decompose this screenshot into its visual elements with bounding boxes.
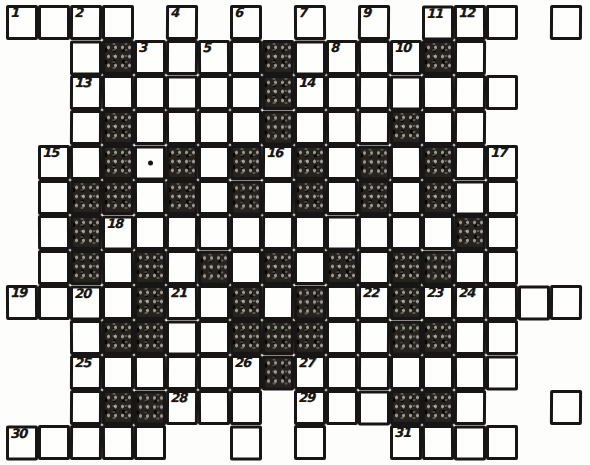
crossword-cell[interactable] [358, 320, 390, 355]
crossword-cell[interactable] [326, 285, 358, 320]
crossword-cell[interactable]: 26 [230, 355, 262, 390]
crossword-cell[interactable] [422, 355, 454, 390]
clue-number: 11 [426, 7, 442, 21]
crossword-cell[interactable]: 20 [70, 286, 102, 321]
crossword-cell[interactable]: 9 [358, 5, 390, 40]
clue-number: 26 [234, 356, 250, 370]
crossword-cell[interactable] [390, 180, 422, 215]
empty-slot [550, 250, 582, 285]
crossword-cell[interactable] [486, 180, 518, 215]
crossword-cell[interactable] [454, 426, 486, 461]
clue-number: 18 [106, 217, 122, 231]
shaded-block-cell [134, 285, 166, 320]
crossword-cell[interactable] [454, 40, 486, 75]
empty-slot [390, 5, 422, 40]
crossword-cell[interactable] [262, 180, 294, 215]
empty-slot [38, 355, 70, 390]
crossword-cell[interactable]: 1 [6, 5, 38, 40]
clue-number: 9 [362, 6, 370, 20]
empty-slot [518, 145, 550, 180]
crossword-cell[interactable] [198, 285, 230, 320]
empty-slot [550, 75, 582, 110]
shaded-block-cell [262, 320, 294, 355]
shaded-block-cell [294, 320, 326, 355]
crossword-cell[interactable]: 31 [390, 425, 422, 460]
empty-slot [166, 425, 198, 460]
crossword-cell[interactable] [102, 355, 134, 390]
crossword-cell[interactable] [102, 285, 134, 320]
crossword-cell[interactable] [326, 110, 358, 145]
crossword-cell[interactable] [102, 425, 134, 460]
empty-slot [550, 110, 582, 145]
clue-number: 29 [298, 391, 314, 405]
shaded-block-cell [102, 145, 134, 180]
crossword-cell[interactable] [294, 41, 326, 76]
shaded-block-cell [166, 180, 198, 215]
crossword-cell[interactable] [38, 250, 70, 285]
clue-number: 25 [74, 356, 90, 370]
crossword-cell[interactable] [70, 110, 102, 145]
crossword-cell[interactable] [486, 250, 518, 285]
clue-number: 17 [490, 146, 506, 160]
empty-slot [326, 425, 358, 460]
crossword-cell[interactable] [390, 145, 422, 180]
shaded-block-cell [358, 180, 390, 215]
crossword-cell[interactable]: 19 [6, 285, 38, 320]
clue-number: 23 [426, 286, 442, 300]
crossword-cell[interactable]: 15 [38, 145, 70, 180]
crossword-cell[interactable]: 23 [422, 285, 454, 320]
crossword-cell[interactable] [326, 75, 358, 110]
clue-number: 7 [298, 6, 306, 20]
shaded-block-cell [294, 286, 326, 321]
empty-slot [518, 320, 550, 355]
shaded-block-cell [358, 146, 390, 181]
crossword-cell[interactable]: 16 [262, 145, 294, 180]
crossword-cell[interactable] [70, 425, 102, 460]
crossword-cell[interactable] [422, 75, 454, 110]
clue-number: 21 [170, 286, 186, 300]
crossword-cell[interactable] [102, 75, 134, 110]
clue-number: 6 [234, 6, 242, 20]
crossword-cell[interactable] [166, 76, 198, 111]
crossword-cell[interactable] [198, 320, 230, 355]
clue-number: 22 [362, 286, 378, 300]
empty-slot [198, 425, 230, 460]
shaded-block-cell [134, 250, 166, 285]
crossword-cell[interactable] [102, 250, 134, 285]
empty-slot [550, 425, 582, 460]
crossword-cell[interactable] [230, 390, 262, 425]
empty-slot [550, 215, 582, 250]
empty-slot [6, 40, 38, 75]
crossword-cell[interactable] [422, 110, 454, 145]
shaded-block-cell [102, 40, 134, 75]
clue-number: 19 [10, 286, 26, 300]
empty-slot [486, 40, 518, 75]
crossword-cell[interactable] [230, 110, 262, 145]
shaded-block-cell [262, 111, 294, 146]
shaded-block-cell [102, 180, 134, 215]
crossword-cell[interactable] [550, 285, 582, 320]
crossword-cell[interactable] [486, 285, 518, 320]
crossword-cell[interactable] [102, 5, 134, 40]
crossword-cell[interactable]: 2 [70, 5, 102, 40]
crossword-cell[interactable] [134, 180, 166, 215]
crossword-cell[interactable] [294, 215, 326, 250]
crossword-cell[interactable] [230, 75, 262, 110]
empty-slot [518, 215, 550, 250]
crossword-cell[interactable] [198, 215, 230, 250]
empty-slot [38, 75, 70, 110]
crossword-cell[interactable]: 22 [358, 285, 390, 320]
empty-slot [550, 145, 582, 180]
crossword-cell[interactable] [166, 321, 198, 356]
crossword-cell[interactable] [70, 320, 102, 355]
shaded-block-cell [230, 320, 262, 355]
crossword-cell[interactable] [230, 250, 262, 285]
crossword-cell[interactable]: 6 [230, 5, 262, 40]
crossword-cell[interactable]: 12 [454, 5, 486, 40]
crossword-cell[interactable] [326, 355, 358, 390]
crossword-cell[interactable] [134, 215, 166, 250]
empty-slot [518, 425, 550, 460]
empty-slot [486, 390, 518, 425]
clue-number: 13 [74, 76, 90, 90]
crossword-cell[interactable] [134, 110, 166, 145]
crossword-cell[interactable] [486, 320, 518, 355]
crossword-cell[interactable] [294, 250, 326, 285]
shaded-block-cell [390, 285, 422, 320]
crossword-cell[interactable]: 24 [454, 285, 486, 320]
clue-number: 30 [10, 427, 26, 441]
crossword-cell[interactable] [198, 390, 230, 425]
crossword-cell[interactable] [358, 391, 390, 426]
crossword-cell[interactable]: 27 [294, 355, 326, 390]
shaded-block-cell [262, 356, 294, 391]
shaded-block-cell [294, 145, 326, 180]
crossword-cell[interactable] [70, 41, 102, 76]
empty-slot [518, 75, 550, 110]
clue-number: 31 [394, 426, 410, 440]
crossword-cell[interactable] [294, 110, 326, 145]
crossword-cell[interactable]: 21 [166, 285, 198, 320]
crossword-cell[interactable]: 7 [294, 5, 326, 40]
clue-number: 4 [170, 6, 178, 20]
crossword-cell[interactable] [326, 216, 358, 251]
crossword-cell[interactable]: 17 [486, 145, 518, 180]
crossword-cell[interactable] [70, 145, 102, 180]
empty-slot [358, 425, 390, 460]
shaded-block-cell [70, 250, 102, 285]
crossword-cell[interactable]: 8 [326, 40, 358, 75]
empty-slot [6, 145, 38, 180]
crossword-cell[interactable] [422, 215, 454, 250]
crossword-cell[interactable] [38, 425, 70, 460]
clue-number: 2 [74, 6, 82, 20]
clue-number: 28 [170, 391, 186, 405]
shaded-block-cell [422, 180, 454, 215]
crossword-cell[interactable] [486, 425, 518, 460]
crossword-cell[interactable] [326, 320, 358, 355]
crossword-cell[interactable] [422, 425, 454, 460]
shaded-block-cell [422, 320, 454, 355]
crossword-cell[interactable] [38, 180, 70, 215]
crossword-cell[interactable] [358, 215, 390, 250]
crossword-cell[interactable]: 28 [166, 390, 198, 425]
crossword-cell[interactable] [454, 355, 486, 390]
crossword-cell[interactable]: 13 [70, 75, 102, 110]
crossword-cell[interactable] [230, 40, 262, 75]
empty-slot [518, 390, 550, 425]
clue-number: 12 [458, 6, 474, 20]
shaded-block-cell [102, 320, 134, 355]
shaded-block-cell [166, 145, 198, 180]
empty-slot [262, 390, 294, 425]
crossword-cell[interactable] [390, 215, 422, 250]
crossword-cell[interactable] [454, 145, 486, 180]
crossword-cell[interactable] [454, 250, 486, 285]
clue-number: 24 [458, 286, 474, 300]
crossword-cell[interactable]: 3 [134, 40, 166, 75]
crossword-cell[interactable] [134, 75, 166, 110]
crossword-grid: 1246791112358101314151617181920212223242… [6, 5, 582, 460]
shaded-block-cell [102, 390, 134, 425]
empty-slot [38, 110, 70, 145]
empty-slot [134, 5, 166, 40]
empty-slot [38, 40, 70, 75]
crossword-cell[interactable] [166, 355, 198, 390]
crossword-cell[interactable] [454, 390, 486, 425]
clue-number: 3 [138, 41, 146, 55]
empty-slot [6, 355, 38, 390]
empty-slot [518, 40, 550, 75]
shaded-block-cell [198, 251, 230, 286]
shaded-block-cell [70, 215, 102, 250]
shaded-block-cell [262, 75, 294, 110]
empty-slot [38, 320, 70, 355]
crossword-cell[interactable] [358, 355, 390, 390]
shaded-block-cell [422, 145, 454, 180]
clue-number: 5 [202, 41, 210, 55]
crossword-cell[interactable] [38, 215, 70, 250]
crossword-cell[interactable] [486, 5, 518, 40]
crossword-cell[interactable]: 30 [6, 426, 38, 461]
empty-slot [38, 390, 70, 425]
empty-slot [518, 355, 550, 390]
crossword-cell[interactable] [550, 5, 582, 40]
crossword-cell[interactable] [230, 426, 262, 461]
crossword-cell[interactable] [262, 215, 294, 250]
empty-slot [326, 5, 358, 40]
empty-slot [262, 425, 294, 460]
crossword-cell[interactable] [134, 425, 166, 460]
crossword-cell[interactable] [198, 75, 230, 110]
shaded-block-cell [294, 180, 326, 215]
shaded-block-cell [422, 390, 454, 425]
crossword-cell[interactable] [486, 215, 518, 250]
empty-slot [550, 320, 582, 355]
empty-slot [6, 320, 38, 355]
crossword-cell[interactable]: 29 [294, 390, 326, 425]
shaded-block-cell [230, 285, 262, 320]
empty-slot [518, 250, 550, 285]
crossword-cell[interactable] [454, 181, 486, 216]
clue-number: 15 [42, 146, 58, 160]
crossword-cell[interactable] [326, 390, 358, 425]
crossword-cell[interactable] [262, 285, 294, 320]
shaded-block-cell [390, 250, 422, 285]
empty-slot [6, 110, 38, 145]
crossword-cell[interactable] [454, 320, 486, 355]
shaded-block-cell [422, 40, 454, 75]
empty-slot [6, 75, 38, 110]
clue-number: 27 [298, 356, 314, 370]
crossword-cell[interactable] [326, 145, 358, 180]
crossword-cell[interactable] [166, 110, 198, 145]
crossword-cell[interactable] [326, 180, 358, 215]
clue-number: 8 [330, 41, 338, 55]
crossword-cell[interactable] [294, 425, 326, 460]
crossword-cell[interactable] [390, 355, 422, 390]
print-dot [148, 161, 153, 166]
shaded-block-cell [326, 250, 358, 285]
empty-slot [6, 390, 38, 425]
shaded-block-cell [390, 390, 422, 425]
crossword-cell[interactable] [198, 355, 230, 390]
shaded-block-cell [390, 321, 422, 356]
empty-slot [550, 180, 582, 215]
empty-slot [550, 40, 582, 75]
crossword-cell[interactable] [358, 40, 390, 75]
empty-slot [550, 355, 582, 390]
crossword-cell[interactable] [518, 286, 550, 321]
crossword-cell[interactable] [134, 146, 166, 181]
empty-slot [6, 215, 38, 250]
crossword-cell[interactable] [454, 75, 486, 110]
crossword-cell[interactable]: 10 [390, 40, 422, 75]
crossword-cell[interactable] [166, 215, 198, 250]
empty-slot [518, 5, 550, 40]
empty-slot [486, 110, 518, 145]
crossword-cell[interactable]: 18 [102, 216, 134, 251]
shaded-block-cell [230, 145, 262, 180]
crossword-cell[interactable]: 11 [422, 6, 454, 41]
crossword-cell[interactable] [70, 390, 102, 425]
crossword-cell[interactable] [486, 356, 518, 391]
crossword-cell[interactable]: 5 [198, 40, 230, 75]
shaded-block-cell [70, 180, 102, 215]
clue-number: 16 [266, 146, 282, 160]
shaded-block-cell [454, 215, 486, 250]
clue-number: 10 [394, 41, 410, 55]
crossword-cell[interactable]: 4 [166, 5, 198, 40]
crossword-cell[interactable] [198, 180, 230, 215]
shaded-block-cell [262, 250, 294, 285]
shaded-block-cell [262, 40, 294, 75]
clue-number: 20 [74, 287, 90, 301]
crossword-cell[interactable] [358, 250, 390, 285]
crossword-cell[interactable] [486, 75, 518, 110]
crossword-cell[interactable] [166, 40, 198, 75]
crossword-cell[interactable] [38, 5, 70, 40]
shaded-block-cell [422, 251, 454, 286]
shaded-block-cell [134, 391, 166, 426]
empty-slot [6, 250, 38, 285]
crossword-cell[interactable]: 25 [70, 355, 102, 390]
clue-number: 1 [10, 6, 18, 20]
crossword-cell[interactable] [454, 110, 486, 145]
crossword-cell[interactable] [38, 285, 70, 320]
crossword-cell[interactable] [358, 110, 390, 145]
empty-slot [6, 180, 38, 215]
empty-slot [518, 110, 550, 145]
clue-number: 14 [298, 76, 314, 90]
crossword-cell[interactable] [358, 75, 390, 110]
crossword-cell[interactable] [134, 355, 166, 390]
crossword-cell[interactable] [166, 250, 198, 285]
shaded-block-cell [230, 181, 262, 216]
crossword-cell[interactable] [198, 145, 230, 180]
shaded-block-cell [102, 110, 134, 145]
crossword-cell[interactable] [550, 390, 582, 425]
empty-slot [198, 5, 230, 40]
crossword-cell[interactable] [390, 76, 422, 111]
empty-slot [262, 5, 294, 40]
crossword-cell[interactable] [230, 215, 262, 250]
crossword-cell[interactable] [198, 110, 230, 145]
empty-slot [518, 180, 550, 215]
shaded-block-cell [390, 110, 422, 145]
shaded-block-cell [134, 320, 166, 355]
crossword-cell[interactable]: 14 [294, 75, 326, 110]
